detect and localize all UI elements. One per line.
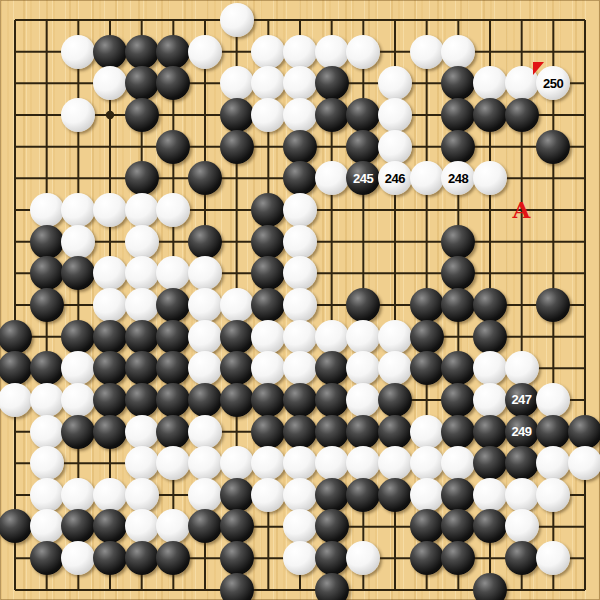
intersection-18-4[interactable] xyxy=(537,99,569,131)
intersection-13-17[interactable] xyxy=(379,511,411,543)
intersection-15-5[interactable] xyxy=(442,131,474,163)
intersection-8-2[interactable] xyxy=(221,36,253,68)
intersection-2-6[interactable] xyxy=(31,162,63,194)
intersection-1-1[interactable] xyxy=(0,4,31,36)
intersection-3-6[interactable] xyxy=(62,162,94,194)
intersection-6-19[interactable] xyxy=(157,574,189,600)
intersection-7-4[interactable] xyxy=(189,99,221,131)
intersection-8-8[interactable] xyxy=(221,226,253,258)
intersection-9-1[interactable] xyxy=(252,4,284,36)
intersection-15-6[interactable]: 248 xyxy=(442,162,474,194)
intersection-18-19[interactable] xyxy=(537,574,569,600)
intersection-10-7[interactable] xyxy=(284,194,316,226)
intersection-17-14[interactable]: 249 xyxy=(506,416,538,448)
intersection-15-13[interactable] xyxy=(442,384,474,416)
intersection-14-19[interactable] xyxy=(411,574,443,600)
intersection-6-4[interactable] xyxy=(157,99,189,131)
intersection-13-18[interactable] xyxy=(379,542,411,574)
intersection-1-2[interactable] xyxy=(0,36,31,68)
intersection-1-18[interactable] xyxy=(0,542,31,574)
intersection-15-18[interactable] xyxy=(442,542,474,574)
intersection-18-9[interactable] xyxy=(537,257,569,289)
intersection-11-17[interactable] xyxy=(316,511,348,543)
intersection-5-14[interactable] xyxy=(126,416,158,448)
intersection-17-15[interactable] xyxy=(506,447,538,479)
intersection-1-14[interactable] xyxy=(0,416,31,448)
intersection-9-10[interactable] xyxy=(252,289,284,321)
intersection-19-3[interactable] xyxy=(569,67,600,99)
intersection-15-16[interactable] xyxy=(442,479,474,511)
intersection-17-5[interactable] xyxy=(506,131,538,163)
intersection-15-19[interactable] xyxy=(442,574,474,600)
intersection-12-8[interactable] xyxy=(347,226,379,258)
intersection-1-4[interactable] xyxy=(0,99,31,131)
intersection-13-11[interactable] xyxy=(379,321,411,353)
intersection-4-1[interactable] xyxy=(94,4,126,36)
intersection-17-11[interactable] xyxy=(506,321,538,353)
intersection-18-16[interactable] xyxy=(537,479,569,511)
intersection-4-15[interactable] xyxy=(94,447,126,479)
intersection-15-12[interactable] xyxy=(442,352,474,384)
intersection-6-7[interactable] xyxy=(157,194,189,226)
intersection-11-4[interactable] xyxy=(316,99,348,131)
intersection-16-11[interactable] xyxy=(474,321,506,353)
intersection-3-16[interactable] xyxy=(62,479,94,511)
intersection-17-13[interactable]: 247 xyxy=(506,384,538,416)
intersection-8-12[interactable] xyxy=(221,352,253,384)
intersection-18-11[interactable] xyxy=(537,321,569,353)
intersection-5-13[interactable] xyxy=(126,384,158,416)
intersection-11-13[interactable] xyxy=(316,384,348,416)
intersection-16-17[interactable] xyxy=(474,511,506,543)
intersection-19-9[interactable] xyxy=(569,257,600,289)
intersection-14-5[interactable] xyxy=(411,131,443,163)
intersection-15-9[interactable] xyxy=(442,257,474,289)
intersection-2-3[interactable] xyxy=(31,67,63,99)
intersection-4-5[interactable] xyxy=(94,131,126,163)
intersection-11-16[interactable] xyxy=(316,479,348,511)
intersection-5-19[interactable] xyxy=(126,574,158,600)
intersection-1-9[interactable] xyxy=(0,257,31,289)
intersection-10-1[interactable] xyxy=(284,4,316,36)
intersection-15-14[interactable] xyxy=(442,416,474,448)
intersection-5-16[interactable] xyxy=(126,479,158,511)
intersection-3-3[interactable] xyxy=(62,67,94,99)
intersection-13-1[interactable] xyxy=(379,4,411,36)
intersection-13-10[interactable] xyxy=(379,289,411,321)
intersection-9-19[interactable] xyxy=(252,574,284,600)
intersection-2-2[interactable] xyxy=(31,36,63,68)
intersection-1-12[interactable] xyxy=(0,352,31,384)
intersection-13-3[interactable] xyxy=(379,67,411,99)
intersection-14-12[interactable] xyxy=(411,352,443,384)
intersection-14-17[interactable] xyxy=(411,511,443,543)
intersection-3-18[interactable] xyxy=(62,542,94,574)
intersection-5-3[interactable] xyxy=(126,67,158,99)
intersection-7-13[interactable] xyxy=(189,384,221,416)
intersection-10-2[interactable] xyxy=(284,36,316,68)
intersection-9-12[interactable] xyxy=(252,352,284,384)
intersection-13-15[interactable] xyxy=(379,447,411,479)
intersection-19-5[interactable] xyxy=(569,131,600,163)
intersection-16-3[interactable] xyxy=(474,67,506,99)
intersection-7-16[interactable] xyxy=(189,479,221,511)
intersection-8-3[interactable] xyxy=(221,67,253,99)
intersection-18-5[interactable] xyxy=(537,131,569,163)
intersection-1-15[interactable] xyxy=(0,447,31,479)
intersection-12-4[interactable] xyxy=(347,99,379,131)
intersection-3-2[interactable] xyxy=(62,36,94,68)
intersection-11-8[interactable] xyxy=(316,226,348,258)
intersection-19-1[interactable] xyxy=(569,4,600,36)
intersection-12-9[interactable] xyxy=(347,257,379,289)
intersection-11-19[interactable] xyxy=(316,574,348,600)
intersection-5-17[interactable] xyxy=(126,511,158,543)
intersection-8-11[interactable] xyxy=(221,321,253,353)
intersection-12-3[interactable] xyxy=(347,67,379,99)
intersection-8-7[interactable] xyxy=(221,194,253,226)
intersection-5-12[interactable] xyxy=(126,352,158,384)
intersection-12-5[interactable] xyxy=(347,131,379,163)
intersection-11-7[interactable] xyxy=(316,194,348,226)
intersection-11-3[interactable] xyxy=(316,67,348,99)
intersection-13-9[interactable] xyxy=(379,257,411,289)
intersection-4-14[interactable] xyxy=(94,416,126,448)
intersection-16-4[interactable] xyxy=(474,99,506,131)
intersection-12-11[interactable] xyxy=(347,321,379,353)
intersection-8-4[interactable] xyxy=(221,99,253,131)
intersection-17-6[interactable] xyxy=(506,162,538,194)
intersection-17-19[interactable] xyxy=(506,574,538,600)
intersection-7-17[interactable] xyxy=(189,511,221,543)
intersection-18-14[interactable] xyxy=(537,416,569,448)
intersection-3-5[interactable] xyxy=(62,131,94,163)
intersection-13-7[interactable] xyxy=(379,194,411,226)
intersection-9-13[interactable] xyxy=(252,384,284,416)
intersection-10-16[interactable] xyxy=(284,479,316,511)
intersection-2-11[interactable] xyxy=(31,321,63,353)
intersection-4-19[interactable] xyxy=(94,574,126,600)
intersection-16-6[interactable] xyxy=(474,162,506,194)
intersection-5-2[interactable] xyxy=(126,36,158,68)
intersection-15-7[interactable] xyxy=(442,194,474,226)
intersection-18-18[interactable] xyxy=(537,542,569,574)
intersection-18-10[interactable] xyxy=(537,289,569,321)
intersection-4-9[interactable] xyxy=(94,257,126,289)
intersection-6-9[interactable] xyxy=(157,257,189,289)
intersection-8-13[interactable] xyxy=(221,384,253,416)
intersection-6-10[interactable] xyxy=(157,289,189,321)
intersection-5-8[interactable] xyxy=(126,226,158,258)
intersection-16-15[interactable] xyxy=(474,447,506,479)
intersection-15-15[interactable] xyxy=(442,447,474,479)
intersection-14-13[interactable] xyxy=(411,384,443,416)
intersection-15-8[interactable] xyxy=(442,226,474,258)
intersection-16-10[interactable] xyxy=(474,289,506,321)
intersection-9-15[interactable] xyxy=(252,447,284,479)
intersection-3-9[interactable] xyxy=(62,257,94,289)
intersection-7-8[interactable] xyxy=(189,226,221,258)
intersection-17-1[interactable] xyxy=(506,4,538,36)
intersection-16-16[interactable] xyxy=(474,479,506,511)
intersection-5-15[interactable] xyxy=(126,447,158,479)
intersection-4-17[interactable] xyxy=(94,511,126,543)
intersection-12-18[interactable] xyxy=(347,542,379,574)
intersection-16-5[interactable] xyxy=(474,131,506,163)
intersection-11-1[interactable] xyxy=(316,4,348,36)
intersection-5-10[interactable] xyxy=(126,289,158,321)
intersection-18-13[interactable] xyxy=(537,384,569,416)
intersection-19-11[interactable] xyxy=(569,321,600,353)
intersection-15-17[interactable] xyxy=(442,511,474,543)
intersection-2-4[interactable] xyxy=(31,99,63,131)
intersection-7-10[interactable] xyxy=(189,289,221,321)
intersection-19-18[interactable] xyxy=(569,542,600,574)
intersection-4-13[interactable] xyxy=(94,384,126,416)
intersection-14-2[interactable] xyxy=(411,36,443,68)
intersection-4-18[interactable] xyxy=(94,542,126,574)
intersection-2-19[interactable] xyxy=(31,574,63,600)
intersection-9-5[interactable] xyxy=(252,131,284,163)
intersection-16-12[interactable] xyxy=(474,352,506,384)
intersection-6-16[interactable] xyxy=(157,479,189,511)
intersection-13-14[interactable] xyxy=(379,416,411,448)
intersection-14-15[interactable] xyxy=(411,447,443,479)
intersection-12-6[interactable]: 245 xyxy=(347,162,379,194)
intersection-10-6[interactable] xyxy=(284,162,316,194)
intersection-13-5[interactable] xyxy=(379,131,411,163)
intersection-4-4[interactable] xyxy=(94,99,126,131)
intersection-4-6[interactable] xyxy=(94,162,126,194)
intersection-18-15[interactable] xyxy=(537,447,569,479)
intersection-18-12[interactable] xyxy=(537,352,569,384)
intersection-2-10[interactable] xyxy=(31,289,63,321)
intersection-11-5[interactable] xyxy=(316,131,348,163)
intersection-10-4[interactable] xyxy=(284,99,316,131)
intersection-19-17[interactable] xyxy=(569,511,600,543)
intersection-17-12[interactable] xyxy=(506,352,538,384)
intersection-9-16[interactable] xyxy=(252,479,284,511)
intersection-7-14[interactable] xyxy=(189,416,221,448)
intersection-4-16[interactable] xyxy=(94,479,126,511)
intersection-1-5[interactable] xyxy=(0,131,31,163)
intersection-12-12[interactable] xyxy=(347,352,379,384)
intersection-12-2[interactable] xyxy=(347,36,379,68)
intersection-17-8[interactable] xyxy=(506,226,538,258)
intersection-16-18[interactable] xyxy=(474,542,506,574)
intersection-8-10[interactable] xyxy=(221,289,253,321)
intersection-11-11[interactable] xyxy=(316,321,348,353)
intersection-18-17[interactable] xyxy=(537,511,569,543)
intersection-3-8[interactable] xyxy=(62,226,94,258)
intersection-19-19[interactable] xyxy=(569,574,600,600)
intersection-13-8[interactable] xyxy=(379,226,411,258)
intersection-16-14[interactable] xyxy=(474,416,506,448)
intersection-4-2[interactable] xyxy=(94,36,126,68)
intersection-7-15[interactable] xyxy=(189,447,221,479)
intersection-14-3[interactable] xyxy=(411,67,443,99)
intersection-1-6[interactable] xyxy=(0,162,31,194)
intersection-2-1[interactable] xyxy=(31,4,63,36)
intersection-10-19[interactable] xyxy=(284,574,316,600)
intersection-16-7[interactable] xyxy=(474,194,506,226)
intersection-10-9[interactable] xyxy=(284,257,316,289)
intersection-9-8[interactable] xyxy=(252,226,284,258)
intersection-6-8[interactable] xyxy=(157,226,189,258)
intersection-14-10[interactable] xyxy=(411,289,443,321)
intersection-1-10[interactable] xyxy=(0,289,31,321)
intersection-7-5[interactable] xyxy=(189,131,221,163)
intersection-12-1[interactable] xyxy=(347,4,379,36)
intersection-9-11[interactable] xyxy=(252,321,284,353)
intersection-16-19[interactable] xyxy=(474,574,506,600)
intersection-16-9[interactable] xyxy=(474,257,506,289)
intersection-8-6[interactable] xyxy=(221,162,253,194)
intersection-16-1[interactable] xyxy=(474,4,506,36)
intersection-14-14[interactable] xyxy=(411,416,443,448)
intersection-18-3[interactable]: 250 xyxy=(537,67,569,99)
intersection-9-7[interactable] xyxy=(252,194,284,226)
intersection-19-13[interactable] xyxy=(569,384,600,416)
intersection-5-5[interactable] xyxy=(126,131,158,163)
intersection-10-11[interactable] xyxy=(284,321,316,353)
intersection-18-8[interactable] xyxy=(537,226,569,258)
intersection-8-14[interactable] xyxy=(221,416,253,448)
intersection-7-3[interactable] xyxy=(189,67,221,99)
intersection-13-12[interactable] xyxy=(379,352,411,384)
intersection-9-9[interactable] xyxy=(252,257,284,289)
intersection-6-14[interactable] xyxy=(157,416,189,448)
intersection-8-18[interactable] xyxy=(221,542,253,574)
intersection-14-4[interactable] xyxy=(411,99,443,131)
intersection-6-12[interactable] xyxy=(157,352,189,384)
intersection-13-6[interactable]: 246 xyxy=(379,162,411,194)
intersection-4-12[interactable] xyxy=(94,352,126,384)
intersection-10-17[interactable] xyxy=(284,511,316,543)
intersection-9-6[interactable] xyxy=(252,162,284,194)
intersection-19-7[interactable] xyxy=(569,194,600,226)
intersection-10-8[interactable] xyxy=(284,226,316,258)
intersection-13-2[interactable] xyxy=(379,36,411,68)
intersection-10-12[interactable] xyxy=(284,352,316,384)
intersection-6-17[interactable] xyxy=(157,511,189,543)
intersection-2-18[interactable] xyxy=(31,542,63,574)
intersection-14-16[interactable] xyxy=(411,479,443,511)
intersection-2-16[interactable] xyxy=(31,479,63,511)
intersection-2-17[interactable] xyxy=(31,511,63,543)
intersection-9-2[interactable] xyxy=(252,36,284,68)
intersection-1-16[interactable] xyxy=(0,479,31,511)
intersection-17-7[interactable]: A xyxy=(506,194,538,226)
intersection-19-8[interactable] xyxy=(569,226,600,258)
intersection-9-18[interactable] xyxy=(252,542,284,574)
intersection-10-5[interactable] xyxy=(284,131,316,163)
intersection-5-11[interactable] xyxy=(126,321,158,353)
intersection-9-4[interactable] xyxy=(252,99,284,131)
intersection-7-19[interactable] xyxy=(189,574,221,600)
intersection-19-4[interactable] xyxy=(569,99,600,131)
intersection-12-14[interactable] xyxy=(347,416,379,448)
intersection-15-1[interactable] xyxy=(442,4,474,36)
intersection-12-10[interactable] xyxy=(347,289,379,321)
intersection-3-11[interactable] xyxy=(62,321,94,353)
intersection-14-7[interactable] xyxy=(411,194,443,226)
intersection-12-7[interactable] xyxy=(347,194,379,226)
intersection-10-3[interactable] xyxy=(284,67,316,99)
intersection-15-11[interactable] xyxy=(442,321,474,353)
intersection-3-1[interactable] xyxy=(62,4,94,36)
intersection-1-3[interactable] xyxy=(0,67,31,99)
intersection-17-4[interactable] xyxy=(506,99,538,131)
intersection-5-6[interactable] xyxy=(126,162,158,194)
intersection-9-14[interactable] xyxy=(252,416,284,448)
intersection-3-13[interactable] xyxy=(62,384,94,416)
intersection-17-10[interactable] xyxy=(506,289,538,321)
intersection-15-2[interactable] xyxy=(442,36,474,68)
intersection-2-12[interactable] xyxy=(31,352,63,384)
intersection-7-6[interactable] xyxy=(189,162,221,194)
intersection-14-8[interactable] xyxy=(411,226,443,258)
intersection-8-15[interactable] xyxy=(221,447,253,479)
intersection-7-18[interactable] xyxy=(189,542,221,574)
intersection-19-6[interactable] xyxy=(569,162,600,194)
intersection-19-2[interactable] xyxy=(569,36,600,68)
intersection-4-11[interactable] xyxy=(94,321,126,353)
intersection-7-11[interactable] xyxy=(189,321,221,353)
intersection-19-14[interactable] xyxy=(569,416,600,448)
intersection-2-8[interactable] xyxy=(31,226,63,258)
intersection-3-12[interactable] xyxy=(62,352,94,384)
intersection-17-16[interactable] xyxy=(506,479,538,511)
intersection-13-16[interactable] xyxy=(379,479,411,511)
intersection-7-9[interactable] xyxy=(189,257,221,289)
intersection-5-1[interactable] xyxy=(126,4,158,36)
intersection-7-7[interactable] xyxy=(189,194,221,226)
intersection-14-1[interactable] xyxy=(411,4,443,36)
intersection-5-18[interactable] xyxy=(126,542,158,574)
intersection-13-19[interactable] xyxy=(379,574,411,600)
intersection-8-1[interactable] xyxy=(221,4,253,36)
intersection-2-14[interactable] xyxy=(31,416,63,448)
intersection-6-1[interactable] xyxy=(157,4,189,36)
intersection-2-9[interactable] xyxy=(31,257,63,289)
intersection-3-7[interactable] xyxy=(62,194,94,226)
intersection-8-19[interactable] xyxy=(221,574,253,600)
intersection-16-13[interactable] xyxy=(474,384,506,416)
intersection-9-17[interactable] xyxy=(252,511,284,543)
intersection-19-16[interactable] xyxy=(569,479,600,511)
intersection-2-5[interactable] xyxy=(31,131,63,163)
intersection-2-7[interactable] xyxy=(31,194,63,226)
intersection-11-15[interactable] xyxy=(316,447,348,479)
intersection-10-14[interactable] xyxy=(284,416,316,448)
intersection-18-7[interactable] xyxy=(537,194,569,226)
intersection-10-10[interactable] xyxy=(284,289,316,321)
intersection-17-17[interactable] xyxy=(506,511,538,543)
intersection-19-10[interactable] xyxy=(569,289,600,321)
intersection-15-4[interactable] xyxy=(442,99,474,131)
intersection-8-16[interactable] xyxy=(221,479,253,511)
intersection-6-13[interactable] xyxy=(157,384,189,416)
intersection-1-17[interactable] xyxy=(0,511,31,543)
intersection-1-13[interactable] xyxy=(0,384,31,416)
intersection-7-2[interactable] xyxy=(189,36,221,68)
intersection-6-18[interactable] xyxy=(157,542,189,574)
intersection-18-1[interactable] xyxy=(537,4,569,36)
intersection-6-3[interactable] xyxy=(157,67,189,99)
intersection-6-15[interactable] xyxy=(157,447,189,479)
intersection-4-7[interactable] xyxy=(94,194,126,226)
